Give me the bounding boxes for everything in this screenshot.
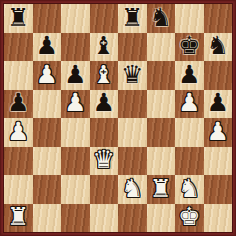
square-d5[interactable]: ♟ <box>90 90 119 119</box>
square-b4[interactable] <box>33 118 62 147</box>
black-king: ♚ <box>178 33 200 58</box>
square-f7[interactable] <box>147 33 176 62</box>
square-g1[interactable]: ♚ <box>175 204 204 233</box>
white-rook: ♜ <box>150 176 172 201</box>
black-knight: ♞ <box>207 33 229 58</box>
square-a7[interactable] <box>4 33 33 62</box>
square-h1[interactable] <box>204 204 233 233</box>
white-pawn: ♟ <box>7 119 29 144</box>
square-a5[interactable]: ♟ <box>4 90 33 119</box>
square-b6[interactable]: ♟ <box>33 61 62 90</box>
white-pawn: ♟ <box>207 119 229 144</box>
square-f6[interactable] <box>147 61 176 90</box>
square-b3[interactable] <box>33 147 62 176</box>
square-d7[interactable]: ♝ <box>90 33 119 62</box>
black-pawn: ♟ <box>36 33 58 58</box>
square-d1[interactable] <box>90 204 119 233</box>
square-d3[interactable]: ♛ <box>90 147 119 176</box>
square-b8[interactable] <box>33 4 62 33</box>
square-a4[interactable]: ♟ <box>4 118 33 147</box>
black-rook: ♜ <box>121 5 143 30</box>
white-knight: ♞ <box>178 176 200 201</box>
square-h6[interactable] <box>204 61 233 90</box>
square-e5[interactable] <box>118 90 147 119</box>
black-bishop: ♝ <box>93 33 115 58</box>
white-knight: ♞ <box>121 176 143 201</box>
square-g2[interactable]: ♞ <box>175 175 204 204</box>
square-a3[interactable] <box>4 147 33 176</box>
square-d6[interactable]: ♝ <box>90 61 119 90</box>
white-pawn: ♟ <box>64 90 86 115</box>
black-pawn: ♟ <box>7 90 29 115</box>
square-g3[interactable] <box>175 147 204 176</box>
square-h4[interactable]: ♟ <box>204 118 233 147</box>
chess-board: ♜♜♞♟♝♚♞♟♟♝♛♟♟♟♟♟♟♟♟♛♞♜♞♜♚ <box>4 4 232 232</box>
white-queen: ♛ <box>93 147 115 172</box>
white-king: ♚ <box>178 204 200 229</box>
white-pawn: ♟ <box>36 62 58 87</box>
square-b1[interactable] <box>33 204 62 233</box>
square-b2[interactable] <box>33 175 62 204</box>
black-pawn: ♟ <box>178 62 200 87</box>
square-e1[interactable] <box>118 204 147 233</box>
square-c2[interactable] <box>61 175 90 204</box>
square-d4[interactable] <box>90 118 119 147</box>
square-f2[interactable]: ♜ <box>147 175 176 204</box>
square-e2[interactable]: ♞ <box>118 175 147 204</box>
square-g5[interactable]: ♟ <box>175 90 204 119</box>
square-f1[interactable] <box>147 204 176 233</box>
black-pawn: ♟ <box>93 90 115 115</box>
white-rook: ♜ <box>7 204 29 229</box>
white-bishop: ♝ <box>93 62 115 87</box>
square-d8[interactable] <box>90 4 119 33</box>
square-f5[interactable] <box>147 90 176 119</box>
square-c3[interactable] <box>61 147 90 176</box>
black-pawn: ♟ <box>64 62 86 87</box>
square-c1[interactable] <box>61 204 90 233</box>
square-g6[interactable]: ♟ <box>175 61 204 90</box>
square-h8[interactable] <box>204 4 233 33</box>
square-e3[interactable] <box>118 147 147 176</box>
square-h5[interactable]: ♟ <box>204 90 233 119</box>
square-c8[interactable] <box>61 4 90 33</box>
board-frame: ♜♜♞♟♝♚♞♟♟♝♛♟♟♟♟♟♟♟♟♛♞♜♞♜♚ <box>0 0 236 236</box>
black-knight: ♞ <box>150 5 172 30</box>
square-e8[interactable]: ♜ <box>118 4 147 33</box>
square-a2[interactable] <box>4 175 33 204</box>
square-a8[interactable]: ♜ <box>4 4 33 33</box>
square-c6[interactable]: ♟ <box>61 61 90 90</box>
black-rook: ♜ <box>7 5 29 30</box>
square-e7[interactable] <box>118 33 147 62</box>
square-f4[interactable] <box>147 118 176 147</box>
square-e4[interactable] <box>118 118 147 147</box>
square-g4[interactable] <box>175 118 204 147</box>
square-b5[interactable] <box>33 90 62 119</box>
square-h3[interactable] <box>204 147 233 176</box>
square-c4[interactable] <box>61 118 90 147</box>
square-h2[interactable] <box>204 175 233 204</box>
black-queen: ♛ <box>121 62 143 87</box>
square-b7[interactable]: ♟ <box>33 33 62 62</box>
square-f8[interactable]: ♞ <box>147 4 176 33</box>
square-e6[interactable]: ♛ <box>118 61 147 90</box>
square-c5[interactable]: ♟ <box>61 90 90 119</box>
square-a6[interactable] <box>4 61 33 90</box>
square-f3[interactable] <box>147 147 176 176</box>
white-pawn: ♟ <box>178 90 200 115</box>
square-d2[interactable] <box>90 175 119 204</box>
black-pawn: ♟ <box>207 90 229 115</box>
square-h7[interactable]: ♞ <box>204 33 233 62</box>
square-g7[interactable]: ♚ <box>175 33 204 62</box>
square-g8[interactable] <box>175 4 204 33</box>
square-c7[interactable] <box>61 33 90 62</box>
square-a1[interactable]: ♜ <box>4 204 33 233</box>
